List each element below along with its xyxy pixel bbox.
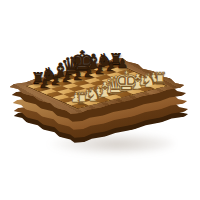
product-photo-canvas: ♜♞♝♛♚♝♞♜♟♟♟♟♟♟♟♟♟♟♟♟♟♟♟♟♜♞♝♛♚♝♞♜ [0, 0, 200, 200]
piece-white-rook: ♜ [153, 71, 167, 87]
